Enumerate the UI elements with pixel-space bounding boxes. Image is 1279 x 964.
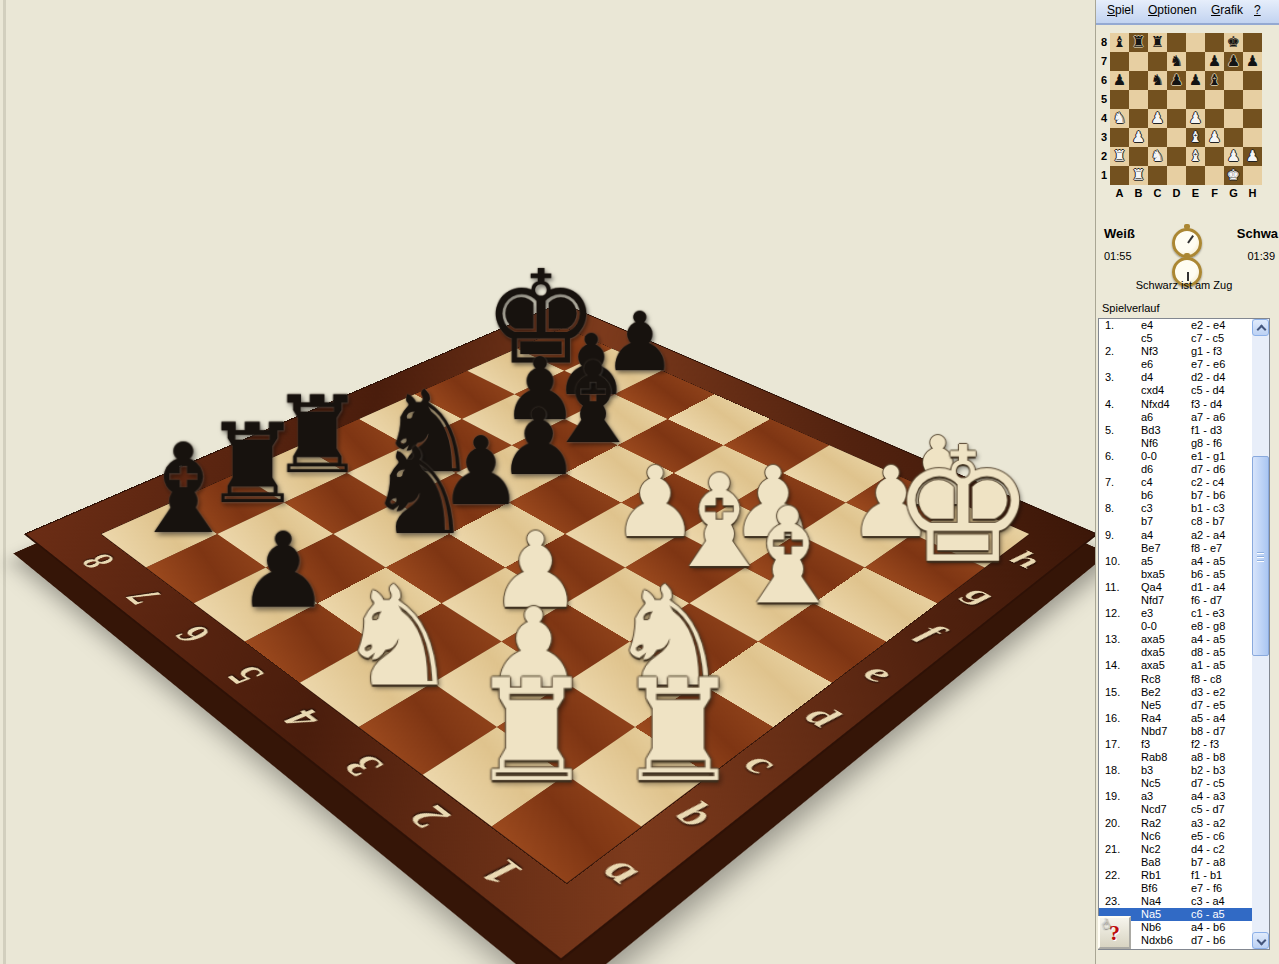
menu-item-optionen[interactable]: Optionen	[1148, 3, 1197, 17]
mini-rank-label-6: 6	[1099, 71, 1109, 90]
mini-square-g7: ♟	[1224, 52, 1243, 71]
mini-piece-bN-c6: ♞	[1148, 71, 1167, 90]
move-cell: d7 - b6	[1191, 934, 1252, 947]
move-row[interactable]: Ncd7c5 - d7	[1099, 803, 1252, 816]
move-cell: e6	[1141, 358, 1191, 371]
move-cell: d8 - a5	[1191, 646, 1252, 659]
move-cell: Nf3	[1141, 345, 1191, 358]
move-cell: d7 - c5	[1191, 777, 1252, 790]
mini-square-d2	[1167, 147, 1186, 166]
move-cell: a3 - a2	[1191, 817, 1252, 830]
mini-piece-wP-e4: ♟	[1186, 109, 1205, 128]
chevron-down-icon	[1257, 936, 1267, 946]
mini-piece-wP-h2: ♟	[1243, 147, 1262, 166]
move-cell: c5	[1141, 332, 1191, 345]
mini-rank-label-8: 8	[1099, 33, 1109, 52]
move-row[interactable]: 8.c3b1 - c3	[1099, 502, 1252, 515]
move-cell	[1099, 568, 1141, 581]
move-cell	[1099, 856, 1141, 869]
move-row[interactable]: 17.f3f2 - f3	[1099, 738, 1252, 751]
move-row[interactable]: 1.e4e2 - e4	[1099, 319, 1252, 332]
move-cell: 6.	[1099, 450, 1141, 463]
mini-square-f6: ♝	[1205, 71, 1224, 90]
move-row[interactable]: Nc6e5 - c6	[1099, 830, 1252, 843]
mini-square-a7	[1110, 52, 1129, 71]
thumb-grip	[1257, 552, 1264, 553]
mini-square-f1	[1205, 166, 1224, 185]
move-cell: Be7	[1141, 542, 1191, 555]
mini-square-e6: ♟	[1186, 71, 1205, 90]
mini-file-label-A: A	[1110, 187, 1129, 199]
move-row[interactable]: 11.Qa4d1 - a4	[1099, 581, 1252, 594]
mini-piece-bP-e6: ♟	[1186, 71, 1205, 90]
mini-square-f4	[1205, 109, 1224, 128]
mini-square-e3: ♝	[1186, 128, 1205, 147]
move-row[interactable]: a6a7 - a6	[1099, 411, 1252, 424]
move-row[interactable]: Nfd7f6 - d7	[1099, 594, 1252, 607]
move-row[interactable]: Rab8a8 - b8	[1099, 751, 1252, 764]
move-row[interactable]: Nf6g8 - f6	[1099, 437, 1252, 450]
move-cell: b3	[1141, 764, 1191, 777]
move-row[interactable]: dxa5d8 - a5	[1099, 646, 1252, 659]
mini-piece-wR-a2: ♜	[1110, 147, 1129, 166]
move-cell: 7.	[1099, 476, 1141, 489]
move-cell: Nbd7	[1141, 725, 1191, 738]
mini-file-label-G: G	[1224, 187, 1243, 199]
mini-square-c2: ♞	[1148, 147, 1167, 166]
mini-rank-label-4: 4	[1099, 109, 1109, 128]
move-cell: d4	[1141, 371, 1191, 384]
move-cell: b6	[1141, 489, 1191, 502]
move-cell: a5 - a4	[1191, 712, 1252, 725]
mini-rank-label-5: 5	[1099, 90, 1109, 109]
mini-square-h1	[1243, 166, 1262, 185]
move-cell	[1099, 515, 1141, 528]
thumb-grip	[1257, 560, 1264, 561]
move-cell: a5	[1141, 555, 1191, 568]
thumb-grip	[1257, 556, 1264, 557]
mini-square-c6: ♞	[1148, 71, 1167, 90]
mini-square-b2	[1129, 147, 1148, 166]
move-row[interactable]: Ne5d7 - e5	[1099, 699, 1252, 712]
move-cell: 2.	[1099, 345, 1141, 358]
move-cell: e5 - c6	[1191, 830, 1252, 843]
move-row[interactable]: 18.b3b2 - b3	[1099, 764, 1252, 777]
mini-square-a8: ♝	[1110, 33, 1129, 52]
move-cell: Rb1	[1141, 869, 1191, 882]
move-cell: e7 - f6	[1191, 882, 1252, 895]
mini-piece-bK-g8: ♚	[1224, 33, 1243, 52]
move-cell: b6 - a5	[1191, 568, 1252, 581]
move-cell: cxd4	[1141, 384, 1191, 397]
move-cell	[1099, 751, 1141, 764]
mini-piece-bP-d6: ♟	[1167, 71, 1186, 90]
mini-square-e8	[1186, 33, 1205, 52]
mini-square-d6: ♟	[1167, 71, 1186, 90]
mini-square-e5	[1186, 90, 1205, 109]
move-history-title: Spielverlauf	[1102, 302, 1159, 314]
move-cell	[1099, 594, 1141, 607]
move-cell: Ncd7	[1141, 803, 1191, 816]
mini-square-d8	[1167, 33, 1186, 52]
move-cell	[1099, 777, 1141, 790]
move-cell: Nb6	[1141, 921, 1191, 934]
scroll-down-button[interactable]	[1252, 932, 1269, 949]
move-cell: f2 - f3	[1191, 738, 1252, 751]
mini-rank-label-3: 3	[1099, 128, 1109, 147]
mini-file-label-E: E	[1186, 187, 1205, 199]
move-cell: e7 - e6	[1191, 358, 1252, 371]
mini-square-c7	[1148, 52, 1167, 71]
mini-square-g5	[1224, 90, 1243, 109]
mini-square-g4	[1224, 109, 1243, 128]
move-cell	[1099, 620, 1141, 633]
mini-square-g2: ♟	[1224, 147, 1243, 166]
move-cell: 11.	[1099, 581, 1141, 594]
move-cell: 3.	[1099, 371, 1141, 384]
move-cell: f1 - b1	[1191, 869, 1252, 882]
mini-piece-bB-f6: ♝	[1205, 71, 1224, 90]
move-cell: d7 - d6	[1191, 463, 1252, 476]
mini-piece-wB-e2: ♝	[1186, 147, 1205, 166]
mini-square-a2: ♜	[1110, 147, 1129, 166]
mini-square-f5	[1205, 90, 1224, 109]
mini-square-h5	[1243, 90, 1262, 109]
move-cell: Ra4	[1141, 712, 1191, 725]
mini-file-label-F: F	[1205, 187, 1224, 199]
move-cell: a4	[1141, 529, 1191, 542]
move-cell: Na5	[1141, 908, 1191, 921]
square-3d-b1[interactable]: ♜	[566, 727, 710, 827]
mini-square-d4	[1167, 109, 1186, 128]
move-cell	[1099, 699, 1141, 712]
turn-status: Schwarz ist am Zug	[1096, 279, 1272, 291]
move-cell: c3	[1141, 502, 1191, 515]
move-cell	[1099, 673, 1141, 686]
mini-square-c1	[1148, 166, 1167, 185]
scroll-up-button[interactable]	[1252, 319, 1269, 336]
move-cell: Ne5	[1141, 699, 1191, 712]
move-cell	[1099, 332, 1141, 345]
mini-square-d7: ♞	[1167, 52, 1186, 71]
mini-rank-label-7: 7	[1099, 52, 1109, 71]
move-cell: 23.	[1099, 895, 1141, 908]
mini-square-b6	[1129, 71, 1148, 90]
mini-piece-wN-c2: ♞	[1148, 147, 1167, 166]
move-cell: Ndxb6	[1141, 934, 1191, 947]
move-cell: Be2	[1141, 686, 1191, 699]
move-row[interactable]: b7c8 - b7	[1099, 515, 1252, 528]
move-cell: 0-0	[1141, 620, 1191, 633]
move-cell: Ba8	[1141, 856, 1191, 869]
move-cell: d4 - c2	[1191, 843, 1252, 856]
move-row[interactable]: cxd4c5 - d4	[1099, 384, 1252, 397]
mini-piece-wP-b3: ♟	[1129, 128, 1148, 147]
move-row[interactable]: bxa5b6 - a5	[1099, 568, 1252, 581]
menu-item-grafik[interactable]: Grafik	[1211, 3, 1243, 17]
mini-square-b1: ♜	[1129, 166, 1148, 185]
mini-piece-wK-g1: ♚	[1224, 166, 1243, 185]
move-cell: a6	[1141, 411, 1191, 424]
white-clock-time: 01:55	[1104, 250, 1132, 262]
mini-square-e4: ♟	[1186, 109, 1205, 128]
mini-square-h7: ♟	[1243, 52, 1262, 71]
move-cell: dxa5	[1141, 646, 1191, 659]
board-3d-frame: ♝♜♜♚♞♟♟♟♟♞♟♟♝♞♟♟♟♝♟♜♞♝♟♟♜♚ 87654321abcde…	[24, 302, 1095, 961]
move-row[interactable]: d6d7 - d6	[1099, 463, 1252, 476]
move-cell: c8 - b7	[1191, 515, 1252, 528]
mini-square-d5	[1167, 90, 1186, 109]
move-cell: c5 - d7	[1191, 803, 1252, 816]
mini-file-label-B: B	[1129, 187, 1148, 199]
mini-square-f3: ♟	[1205, 128, 1224, 147]
move-cell	[1099, 358, 1141, 371]
move-cell	[1099, 882, 1141, 895]
mini-piece-wR-b1: ♜	[1129, 166, 1148, 185]
move-cell: Rab8	[1141, 751, 1191, 764]
mini-square-e1	[1186, 166, 1205, 185]
move-cell: c2 - c4	[1191, 476, 1252, 489]
move-cell: f3 - d4	[1191, 398, 1252, 411]
move-row[interactable]: Bf6e7 - f6	[1099, 882, 1252, 895]
move-cell	[1099, 725, 1141, 738]
mini-square-a5	[1110, 90, 1129, 109]
move-cell: f1 - d3	[1191, 424, 1252, 437]
move-cell	[1099, 437, 1141, 450]
move-row[interactable]: 15.Be2d3 - e2	[1099, 686, 1252, 699]
move-cell: d6	[1141, 463, 1191, 476]
move-cell: Na4	[1141, 895, 1191, 908]
move-cell: a3	[1141, 790, 1191, 803]
move-row[interactable]: c5c7 - c5	[1099, 332, 1252, 345]
mini-piece-bP-f7: ♟	[1205, 52, 1224, 71]
move-cell: c7 - c5	[1191, 332, 1252, 345]
scrollbar[interactable]	[1252, 319, 1269, 949]
move-row[interactable]: 7.c4c2 - c4	[1099, 476, 1252, 489]
white-clock-label: Weiß	[1104, 226, 1135, 241]
move-cell: 9.	[1099, 529, 1141, 542]
move-cell: 15.	[1099, 686, 1141, 699]
move-cell	[1099, 463, 1141, 476]
mini-square-g3	[1224, 128, 1243, 147]
square-3d-a2[interactable]: ♜	[423, 727, 567, 827]
mini-square-d1	[1167, 166, 1186, 185]
move-cell: Nc2	[1141, 843, 1191, 856]
move-cell: a2 - a4	[1191, 529, 1252, 542]
move-row[interactable]: e6e7 - e6	[1099, 358, 1252, 371]
move-cell	[1099, 384, 1141, 397]
move-cell: a8 - b8	[1191, 751, 1252, 764]
mini-file-label-D: D	[1167, 187, 1186, 199]
move-cell: Nfxd4	[1141, 398, 1191, 411]
move-cell: 20.	[1099, 817, 1141, 830]
mini-square-e2: ♝	[1186, 147, 1205, 166]
menu-item-spiel[interactable]: Spiel	[1107, 3, 1134, 17]
move-cell: 12.	[1099, 607, 1141, 620]
mini-square-c8: ♜	[1148, 33, 1167, 52]
move-cell: d7 - e5	[1191, 699, 1252, 712]
hint-button[interactable]: ☝ ?	[1098, 916, 1131, 949]
mini-piece-wN-a4: ♞	[1110, 109, 1129, 128]
mini-square-c3	[1148, 128, 1167, 147]
mini-square-f8	[1205, 33, 1224, 52]
move-cell: 4.	[1099, 398, 1141, 411]
move-row[interactable]: 16.Ra4a5 - a4	[1099, 712, 1252, 725]
mini-square-h4	[1243, 109, 1262, 128]
move-cell: 19.	[1099, 790, 1141, 803]
board-3d[interactable]: ♝♜♜♚♞♟♟♟♟♞♟♟♝♞♟♟♟♝♟♜♞♝♟♟♜♚ 87654321abcde…	[24, 302, 1095, 961]
move-cell: d1 - a4	[1191, 581, 1252, 594]
mini-square-f7: ♟	[1205, 52, 1224, 71]
mini-file-label-C: C	[1148, 187, 1167, 199]
mini-rank-label-1: 1	[1099, 166, 1109, 185]
piece-3d-wR-b1[interactable]: ♜	[571, 660, 786, 802]
mini-piece-bB-a8: ♝	[1110, 33, 1129, 52]
move-cell: 8.	[1099, 502, 1141, 515]
mini-square-f2	[1205, 147, 1224, 166]
window-edge-line	[3, 0, 6, 964]
move-row[interactable]: Nbd7b8 - d7	[1099, 725, 1252, 738]
mini-square-h8	[1243, 33, 1262, 52]
mini-square-a1	[1110, 166, 1129, 185]
mini-rank-label-2: 2	[1099, 147, 1109, 166]
move-cell: c5 - d4	[1191, 384, 1252, 397]
move-cell	[1099, 646, 1141, 659]
mini-square-g6	[1224, 71, 1243, 90]
mini-board-2d: ♝♜♜♚♞♟♟♟♟♞♟♟♝♞♟♟♟♝♟♜♞♝♟♟♜♚	[1110, 33, 1262, 185]
chess-app-window: ♝♜♜♚♞♟♟♟♟♞♟♟♝♞♟♟♟♝♟♜♞♝♟♟♜♚ 87654321abcde…	[0, 0, 1279, 964]
move-row[interactable]: 23.Na4c3 - a4	[1099, 895, 1252, 908]
move-cell: Bd3	[1141, 424, 1191, 437]
move-cell: 10.	[1099, 555, 1141, 568]
move-cell: b2 - b3	[1191, 764, 1252, 777]
menu-bar: SpielOptionenGrafik?	[1096, 0, 1279, 25]
move-cell: axa5	[1141, 659, 1191, 672]
mini-square-b3: ♟	[1129, 128, 1148, 147]
move-row[interactable]: 6.0-0e1 - g1	[1099, 450, 1252, 463]
scrollbar-thumb[interactable]	[1252, 456, 1269, 656]
move-row[interactable]: Nc5d7 - c5	[1099, 777, 1252, 790]
mini-square-c4: ♟	[1148, 109, 1167, 128]
move-row[interactable]: Ba8b7 - a8	[1099, 856, 1252, 869]
move-cell: g1 - f3	[1191, 345, 1252, 358]
move-row[interactable]: 21.Nc2d4 - c2	[1099, 843, 1252, 856]
move-cell: b7 - b6	[1191, 489, 1252, 502]
mini-piece-bN-d7: ♞	[1167, 52, 1186, 71]
move-cell: d2 - d4	[1191, 371, 1252, 384]
move-cell: 16.	[1099, 712, 1141, 725]
move-row[interactable]: 19.a3a4 - a3	[1099, 790, 1252, 803]
mini-square-g8: ♚	[1224, 33, 1243, 52]
move-cell: Nfd7	[1141, 594, 1191, 607]
mini-square-e7	[1186, 52, 1205, 71]
move-cell: Nc5	[1141, 777, 1191, 790]
piece-3d-wK-g1[interactable]: ♚	[874, 426, 1053, 586]
move-cell: f8 - c8	[1191, 673, 1252, 686]
move-cell: e2 - e4	[1191, 319, 1252, 332]
move-row[interactable]: b6b7 - b6	[1099, 489, 1252, 502]
move-cell: e4	[1141, 319, 1191, 332]
move-cell: a4 - b6	[1191, 921, 1252, 934]
move-cell	[1099, 489, 1141, 502]
move-cell: b1 - c3	[1191, 502, 1252, 515]
mini-piece-bP-h7: ♟	[1243, 52, 1262, 71]
move-row[interactable]: 14.axa5a1 - a5	[1099, 659, 1252, 672]
move-row[interactable]: 5.Bd3f1 - d3	[1099, 424, 1252, 437]
move-cell: b7 - a8	[1191, 856, 1252, 869]
mini-piece-bR-c8: ♜	[1148, 33, 1167, 52]
move-row[interactable]: 20.Ra2a3 - a2	[1099, 817, 1252, 830]
move-cell: Qa4	[1141, 581, 1191, 594]
mini-piece-wB-e3: ♝	[1186, 128, 1205, 147]
move-row[interactable]: 3.d4d2 - d4	[1099, 371, 1252, 384]
move-row[interactable]: Be7f8 - e7	[1099, 542, 1252, 555]
board-3d-grid[interactable]: ♝♜♜♚♞♟♟♟♟♞♟♟♝♞♟♟♟♝♟♜♞♝♟♟♜♚	[100, 327, 1031, 884]
move-row[interactable]: 0-0e8 - g8	[1099, 620, 1252, 633]
move-cell	[1099, 830, 1141, 843]
mini-file-label-H: H	[1243, 187, 1262, 199]
move-row[interactable]: 10.a5a4 - a5	[1099, 555, 1252, 568]
mini-piece-wP-g2: ♟	[1224, 147, 1243, 166]
mini-square-d3	[1167, 128, 1186, 147]
move-row[interactable]: 12.e3c1 - e3	[1099, 607, 1252, 620]
move-cell: Bf6	[1141, 882, 1191, 895]
move-cell: 0-0	[1141, 450, 1191, 463]
mini-square-a4: ♞	[1110, 109, 1129, 128]
move-cell: 5.	[1099, 424, 1141, 437]
move-cell: 22.	[1099, 869, 1141, 882]
move-cell: f6 - d7	[1191, 594, 1252, 607]
move-row[interactable]: 9.a4a2 - a4	[1099, 529, 1252, 542]
move-cell: a4 - a5	[1191, 555, 1252, 568]
move-cell: Nc6	[1141, 830, 1191, 843]
move-cell: axa5	[1141, 633, 1191, 646]
mini-square-a3	[1110, 128, 1129, 147]
mini-square-h2: ♟	[1243, 147, 1262, 166]
move-cell: e1 - g1	[1191, 450, 1252, 463]
move-cell: 21.	[1099, 843, 1141, 856]
move-cell: Rc8	[1141, 673, 1191, 686]
move-cell: 1.	[1099, 319, 1141, 332]
move-row[interactable]: 22.Rb1f1 - b1	[1099, 869, 1252, 882]
black-clock-time: 01:39	[1247, 250, 1275, 262]
mini-square-c5	[1148, 90, 1167, 109]
move-cell: 14.	[1099, 659, 1141, 672]
move-cell: a7 - a6	[1191, 411, 1252, 424]
mini-piece-wP-c4: ♟	[1148, 109, 1167, 128]
move-cell: c3 - a4	[1191, 895, 1252, 908]
mini-square-h3	[1243, 128, 1262, 147]
menu-item-help[interactable]: ?	[1254, 3, 1261, 17]
move-row[interactable]: 4.Nfxd4f3 - d4	[1099, 398, 1252, 411]
board-3d-scene: ♝♜♜♚♞♟♟♟♟♞♟♟♝♞♟♟♟♝♟♜♞♝♟♟♜♚ 87654321abcde…	[0, 0, 1095, 964]
move-row[interactable]: 2.Nf3g1 - f3	[1099, 345, 1252, 358]
move-cell: c1 - e3	[1191, 607, 1252, 620]
move-row[interactable]: 13.axa5a4 - a5	[1099, 633, 1252, 646]
move-history-rows: 1.e4e2 - e4c5c7 - c52.Nf3g1 - f3e6e7 - e…	[1099, 319, 1252, 948]
mini-piece-bP-a6: ♟	[1110, 71, 1129, 90]
mini-square-b5	[1129, 90, 1148, 109]
move-cell: 13.	[1099, 633, 1141, 646]
move-cell: f8 - e7	[1191, 542, 1252, 555]
move-history-list[interactable]: 1.e4e2 - e4c5c7 - c52.Nf3g1 - f3e6e7 - e…	[1098, 318, 1270, 950]
move-cell: 18.	[1099, 764, 1141, 777]
move-cell: a4 - a5	[1191, 633, 1252, 646]
move-cell: e8 - g8	[1191, 620, 1252, 633]
move-row[interactable]: Rc8f8 - c8	[1099, 673, 1252, 686]
move-cell: a1 - a5	[1191, 659, 1252, 672]
mini-square-b7	[1129, 52, 1148, 71]
